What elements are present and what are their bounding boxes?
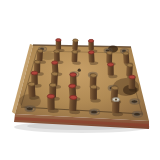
peg-top xyxy=(108,63,114,67)
peg-top xyxy=(88,51,94,54)
peg-top xyxy=(70,73,77,77)
center-pivot-dot xyxy=(78,69,81,72)
peg-top xyxy=(34,60,40,64)
peg-top xyxy=(90,74,97,78)
empty-hole-r4c5[interactable] xyxy=(131,100,137,103)
peg-top xyxy=(28,82,35,86)
empty-hole-r5c3[interactable] xyxy=(91,110,98,114)
peg-top xyxy=(70,95,77,99)
peg-top xyxy=(73,39,79,42)
peg-top xyxy=(56,39,61,42)
peg-top xyxy=(47,94,54,98)
peg-top xyxy=(129,75,136,79)
empty-hole-r5c0[interactable] xyxy=(26,107,33,111)
peg-top xyxy=(49,83,56,87)
peg-top xyxy=(88,39,93,42)
peg-top xyxy=(69,84,76,88)
peg-top xyxy=(127,63,133,67)
peg-top xyxy=(72,50,78,53)
peg-top xyxy=(51,72,58,76)
empty-hole-r5c5[interactable] xyxy=(134,112,141,116)
photo-stage xyxy=(0,0,160,160)
peg-top xyxy=(31,71,38,75)
peg-top xyxy=(90,85,97,89)
peg-top xyxy=(37,49,43,52)
peg-top xyxy=(106,51,112,54)
peg-top xyxy=(123,52,129,56)
peg-top xyxy=(52,61,58,65)
peg-top xyxy=(54,50,60,53)
peg-board-photo xyxy=(0,0,160,160)
peg-top xyxy=(111,86,118,90)
